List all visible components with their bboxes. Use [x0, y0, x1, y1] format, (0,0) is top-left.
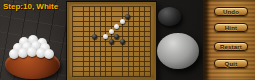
status-step-indicator: Step:10, White [3, 2, 58, 11]
white-stone [120, 19, 125, 24]
board-grid[interactable] [72, 6, 151, 77]
black-stone [109, 39, 114, 44]
bowl-white-stone [44, 49, 54, 59]
white-stone [109, 29, 114, 34]
undo-button[interactable]: Undo [214, 7, 248, 16]
black-stone [120, 39, 125, 44]
quit-button[interactable]: Quit [214, 59, 248, 68]
button-panel: Undo Hint Restart Quit [203, 0, 255, 80]
restart-button[interactable]: Restart [214, 42, 248, 51]
hint-button[interactable]: Hint [214, 23, 248, 32]
white-stone-bowl [4, 34, 62, 80]
black-stone [92, 34, 97, 39]
decorative-black-stone [158, 7, 181, 26]
white-stone [114, 24, 119, 29]
black-stone [114, 34, 119, 39]
white-stone [103, 34, 108, 39]
black-stone [125, 14, 130, 19]
decorative-white-stone [157, 33, 199, 69]
gomoku-board[interactable] [66, 1, 157, 80]
game-scene: Step:10, White Undo Hint Restart Quit [0, 0, 255, 80]
